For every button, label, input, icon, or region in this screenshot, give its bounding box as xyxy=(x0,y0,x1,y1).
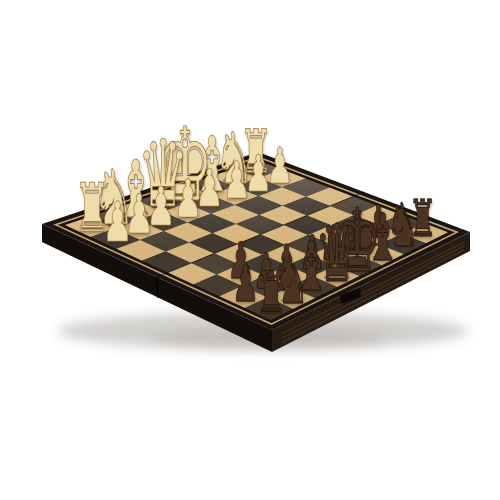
product-photo-canvas: ♜♞♟♝♟♚♟♛♟♝♟♞♟♜♟♜♟♟♞♟♝♟♚♟♟♟♛♟♝♟♞♜ xyxy=(0,0,500,500)
piece-light-pawn: ♟ xyxy=(102,189,133,254)
chess-set-svg: ♜♞♟♝♟♚♟♛♟♝♟♞♟♜♟♜♟♟♞♟♝♟♚♟♟♟♛♟♝♟♞♜ xyxy=(0,0,500,500)
piece-light-pawn: ♟ xyxy=(222,151,250,210)
piece-light-pawn: ♟ xyxy=(173,168,202,229)
fold-seam-side xyxy=(157,277,158,298)
piece-dark-rook: ♜ xyxy=(255,259,287,326)
